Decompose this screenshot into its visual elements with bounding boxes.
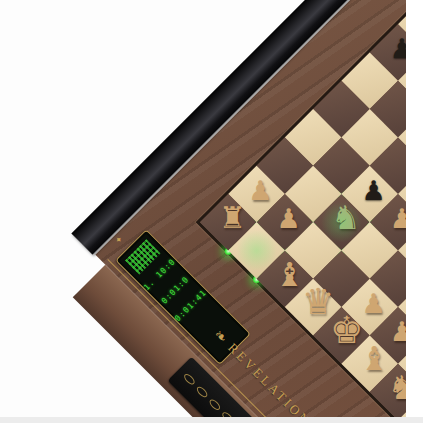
piece-black-pawn: ♟ bbox=[361, 177, 385, 204]
keypad-legend-icon bbox=[183, 372, 197, 386]
piece-white-pawn: ♟ bbox=[248, 177, 272, 204]
piece-white-king: ♚ bbox=[330, 312, 363, 349]
photo-margin-bottom bbox=[0, 417, 423, 423]
piece-white-pawn: ♟ bbox=[277, 205, 301, 232]
piece-white-bishop: ♝ bbox=[360, 342, 390, 375]
keypad-legend-icon bbox=[195, 385, 209, 399]
piece-white-bishop: ♝ bbox=[275, 258, 305, 291]
piece-white-knight: ♞ bbox=[331, 201, 361, 234]
piece-white-rook: ♜ bbox=[219, 203, 246, 233]
product-photo: ♜♞♝♛♚♝♞♜♟♟♟♟♟♟♟♟♟♞♟♟♟♟♟♟♜♝♛♚♝♞♜ ✦ 1. 10:… bbox=[0, 0, 423, 423]
photo-margin-right bbox=[406, 0, 423, 423]
keypad-legend-icon bbox=[208, 397, 222, 411]
piece-white-pawn: ♟ bbox=[361, 290, 385, 317]
